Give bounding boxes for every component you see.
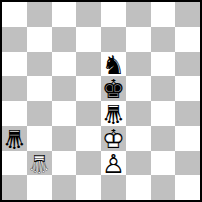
square-h5[interactable] — [175, 76, 200, 101]
square-b1[interactable] — [27, 175, 52, 200]
square-e3[interactable]: ♚♔ — [101, 126, 126, 151]
black-grasshopper-icon-outline: ♛ — [3, 126, 26, 151]
square-h3[interactable] — [175, 126, 200, 151]
square-f4[interactable] — [126, 101, 151, 126]
white-pawn-icon-outline: ♙ — [102, 151, 125, 176]
square-d6[interactable] — [76, 52, 101, 77]
square-c4[interactable] — [52, 101, 77, 126]
square-b8[interactable] — [27, 2, 52, 27]
chess-board: ♞♚♛♛♚♔♛♕♟♙ — [0, 0, 202, 202]
square-e5[interactable]: ♚ — [101, 76, 126, 101]
square-c5[interactable] — [52, 76, 77, 101]
square-a2[interactable] — [2, 151, 27, 176]
square-b2[interactable]: ♛♕ — [27, 151, 52, 176]
white-pawn-icon: ♟♙ — [101, 151, 126, 176]
white-king-icon-outline: ♔ — [102, 126, 125, 151]
square-d1[interactable] — [76, 175, 101, 200]
black-grasshopper-icon: ♛ — [2, 126, 27, 151]
square-e8[interactable] — [101, 2, 126, 27]
square-g4[interactable] — [151, 101, 176, 126]
black-king-icon-outline: ♚ — [102, 76, 125, 101]
square-h4[interactable] — [175, 101, 200, 126]
square-f8[interactable] — [126, 2, 151, 27]
square-e4[interactable]: ♛ — [101, 101, 126, 126]
black-grasshopper-icon: ♛ — [101, 101, 126, 126]
square-e2[interactable]: ♟♙ — [101, 151, 126, 176]
square-a5[interactable] — [2, 76, 27, 101]
white-grasshopper-icon: ♛♕ — [27, 151, 52, 176]
square-g1[interactable] — [151, 175, 176, 200]
square-f2[interactable] — [126, 151, 151, 176]
square-g7[interactable] — [151, 27, 176, 52]
square-e6[interactable]: ♞ — [101, 52, 126, 77]
square-f5[interactable] — [126, 76, 151, 101]
square-a4[interactable] — [2, 101, 27, 126]
square-f7[interactable] — [126, 27, 151, 52]
square-c8[interactable] — [52, 2, 77, 27]
square-c2[interactable] — [52, 151, 77, 176]
square-b7[interactable] — [27, 27, 52, 52]
chess-diagram: ♞♚♛♛♚♔♛♕♟♙ — [0, 0, 202, 202]
square-d5[interactable] — [76, 76, 101, 101]
square-g6[interactable] — [151, 52, 176, 77]
square-a8[interactable] — [2, 2, 27, 27]
square-d7[interactable] — [76, 27, 101, 52]
square-h1[interactable] — [175, 175, 200, 200]
square-g5[interactable] — [151, 76, 176, 101]
square-h2[interactable] — [175, 151, 200, 176]
square-a3[interactable]: ♛ — [2, 126, 27, 151]
square-f1[interactable] — [126, 175, 151, 200]
square-f3[interactable] — [126, 126, 151, 151]
square-d3[interactable] — [76, 126, 101, 151]
square-d2[interactable] — [76, 151, 101, 176]
square-b4[interactable] — [27, 101, 52, 126]
square-b6[interactable] — [27, 52, 52, 77]
square-h6[interactable] — [175, 52, 200, 77]
square-d4[interactable] — [76, 101, 101, 126]
square-b5[interactable] — [27, 76, 52, 101]
square-a1[interactable] — [2, 175, 27, 200]
square-b3[interactable] — [27, 126, 52, 151]
square-g8[interactable] — [151, 2, 176, 27]
square-f6[interactable] — [126, 52, 151, 77]
white-king-icon: ♚♔ — [101, 126, 126, 151]
square-h8[interactable] — [175, 2, 200, 27]
square-c7[interactable] — [52, 27, 77, 52]
black-grasshopper-icon-outline: ♛ — [102, 101, 125, 126]
square-a6[interactable] — [2, 52, 27, 77]
black-king-icon: ♚ — [101, 76, 126, 101]
square-g3[interactable] — [151, 126, 176, 151]
square-e7[interactable] — [101, 27, 126, 52]
square-h7[interactable] — [175, 27, 200, 52]
square-c1[interactable] — [52, 175, 77, 200]
square-c6[interactable] — [52, 52, 77, 77]
square-g2[interactable] — [151, 151, 176, 176]
square-d8[interactable] — [76, 2, 101, 27]
black-knight-icon: ♞ — [101, 52, 126, 77]
square-e1[interactable] — [101, 175, 126, 200]
square-a7[interactable] — [2, 27, 27, 52]
black-knight-icon-outline: ♞ — [102, 52, 125, 77]
square-c3[interactable] — [52, 126, 77, 151]
white-grasshopper-icon-outline: ♕ — [27, 151, 50, 176]
